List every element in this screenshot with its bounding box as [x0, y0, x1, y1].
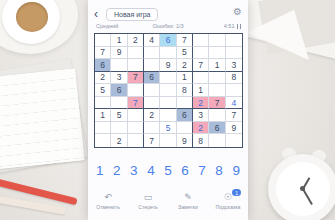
clock-center — [300, 186, 305, 191]
notes-button[interactable]: ✎Заметки — [168, 192, 208, 218]
cell-r1c6[interactable]: 7 — [177, 34, 193, 47]
stats-row: Средний Ошибки: 1/3 4:51 — [88, 21, 248, 31]
toolbar-label: Подсказка — [216, 204, 241, 210]
cell-r9c3[interactable] — [128, 134, 144, 147]
cell-r6c3[interactable]: 7 — [128, 97, 144, 110]
numpad-3[interactable]: 3 — [130, 163, 138, 178]
cell-r4c6[interactable]: 1 — [177, 72, 193, 85]
settings-gear-icon[interactable]: ⚙ — [233, 6, 242, 17]
numpad-4[interactable]: 4 — [147, 163, 155, 178]
cell-r7c7[interactable]: 3 — [193, 109, 209, 122]
cell-r7c1[interactable]: 1 — [95, 109, 111, 122]
cell-r8c3[interactable] — [128, 122, 144, 135]
numpad-1[interactable]: 1 — [96, 163, 104, 178]
cell-r9c9[interactable] — [226, 134, 242, 147]
cell-r9c1[interactable] — [95, 134, 111, 147]
timer-value: 4:51 — [224, 23, 235, 29]
cell-r8c9[interactable]: 9 — [226, 122, 242, 135]
cell-r3c7[interactable]: 7 — [193, 59, 209, 72]
cell-r3c2[interactable] — [111, 59, 127, 72]
numpad-7[interactable]: 7 — [198, 163, 206, 178]
sudoku-app-card: ‹ Новая игра ⚙ Средний Ошибки: 1/3 4:51 … — [88, 0, 248, 220]
cell-r9c5[interactable] — [160, 134, 176, 147]
cell-r4c3[interactable]: 7 — [128, 72, 144, 85]
cell-r4c9[interactable]: 8 — [226, 72, 242, 85]
toolbar-label: Заметки — [178, 204, 198, 210]
cell-r2c9[interactable] — [226, 47, 242, 60]
cell-r3c4[interactable] — [144, 59, 160, 72]
cell-r8c6[interactable] — [177, 122, 193, 135]
cell-r2c8[interactable] — [209, 47, 225, 60]
cell-r7c8[interactable] — [209, 109, 225, 122]
coffee — [16, 2, 48, 32]
cell-r4c7[interactable] — [193, 72, 209, 85]
cell-r6c6[interactable] — [177, 97, 193, 110]
cell-r7c4[interactable]: 2 — [144, 109, 160, 122]
numpad-8[interactable]: 8 — [215, 163, 223, 178]
page-title[interactable]: Новая игра — [106, 8, 158, 21]
cell-r9c7[interactable]: 8 — [193, 134, 209, 147]
cell-r1c4[interactable]: 4 — [144, 34, 160, 47]
cell-r5c2[interactable]: 6 — [111, 84, 127, 97]
cell-r4c1[interactable]: 2 — [95, 72, 111, 85]
cell-r3c5[interactable]: 9 — [160, 59, 176, 72]
numpad-6[interactable]: 6 — [181, 163, 189, 178]
cell-r9c2[interactable]: 2 — [111, 134, 127, 147]
cell-r5c4[interactable] — [144, 84, 160, 97]
cell-r6c2[interactable] — [111, 97, 127, 110]
cell-r7c3[interactable] — [128, 109, 144, 122]
cell-r5c9[interactable] — [226, 84, 242, 97]
cell-r5c6[interactable]: 8 — [177, 84, 193, 97]
toolbar-label: Отменить — [96, 204, 120, 210]
undo-icon: ↶ — [104, 192, 112, 203]
pencil-icon: ✎ — [184, 192, 192, 203]
cell-r1c9[interactable] — [226, 34, 242, 47]
cell-r4c2[interactable]: 3 — [111, 72, 127, 85]
cell-r4c5[interactable] — [160, 72, 176, 85]
cell-r9c6[interactable]: 9 — [177, 134, 193, 147]
cell-r3c9[interactable]: 3 — [226, 59, 242, 72]
cell-r5c1[interactable]: 5 — [95, 84, 111, 97]
cell-r4c4[interactable]: 6 — [144, 72, 160, 85]
sudoku-board: 1246779569271323761856817274152637526927… — [94, 33, 243, 148]
cell-r3c1[interactable]: 6 — [95, 59, 111, 72]
cell-r1c7[interactable] — [193, 34, 209, 47]
numpad-5[interactable]: 5 — [164, 163, 172, 178]
cell-r9c8[interactable] — [209, 134, 225, 147]
cell-r6c9[interactable]: 4 — [226, 97, 242, 110]
cell-r8c5[interactable]: 5 — [160, 122, 176, 135]
eraser-icon: ▭ — [144, 192, 153, 203]
cell-r7c2[interactable]: 5 — [111, 109, 127, 122]
cell-r7c6[interactable]: 6 — [177, 109, 193, 122]
pause-icon[interactable] — [237, 24, 242, 29]
undo-button[interactable]: ↶Отменить — [88, 192, 128, 218]
cell-r6c7[interactable]: 2 — [193, 97, 209, 110]
numpad-2[interactable]: 2 — [113, 163, 121, 178]
number-pad: 123456789 — [96, 160, 240, 180]
cell-r8c8[interactable]: 6 — [209, 122, 225, 135]
cell-r6c4[interactable] — [144, 97, 160, 110]
cell-r1c8[interactable] — [209, 34, 225, 47]
back-icon[interactable]: ‹ — [94, 9, 98, 19]
cell-r3c6[interactable]: 2 — [177, 59, 193, 72]
cell-r1c5[interactable]: 6 — [160, 34, 176, 47]
bulb-icon: ☉ — [224, 192, 232, 203]
cell-r9c4[interactable]: 7 — [144, 134, 160, 147]
cell-r8c2[interactable] — [111, 122, 127, 135]
cell-r8c1[interactable] — [95, 122, 111, 135]
cell-r2c6[interactable]: 5 — [177, 47, 193, 60]
hint-button[interactable]: ☉Подсказка1 — [208, 192, 248, 218]
spiral-notebook — [0, 68, 85, 171]
cell-r5c8[interactable] — [209, 84, 225, 97]
cell-r8c4[interactable] — [144, 122, 160, 135]
screenshot: ‹ Новая игра ⚙ Средний Ошибки: 1/3 4:51 … — [0, 0, 335, 220]
cell-r2c1[interactable]: 7 — [95, 47, 111, 60]
cell-r6c5[interactable] — [160, 97, 176, 110]
cell-r8c7[interactable]: 2 — [193, 122, 209, 135]
cell-r5c3[interactable] — [128, 84, 144, 97]
cell-r6c1[interactable] — [95, 97, 111, 110]
cell-r1c1[interactable] — [95, 34, 111, 47]
cell-r2c3[interactable] — [128, 47, 144, 60]
cell-r5c7[interactable]: 1 — [193, 84, 209, 97]
cell-r6c8[interactable]: 7 — [209, 97, 225, 110]
cell-r3c8[interactable]: 1 — [209, 59, 225, 72]
erase-button[interactable]: ▭Стереть — [128, 192, 168, 218]
cell-r7c9[interactable]: 7 — [226, 109, 242, 122]
cell-r2c7[interactable] — [193, 47, 209, 60]
hint-count-badge: 1 — [232, 189, 241, 196]
bottom-toolbar: ↶Отменить▭Стереть✎Заметки☉Подсказка1 — [88, 192, 248, 218]
numpad-9[interactable]: 9 — [232, 163, 240, 178]
cell-r1c2[interactable]: 1 — [111, 34, 127, 47]
cell-r5c5[interactable] — [160, 84, 176, 97]
cell-r1c3[interactable]: 2 — [128, 34, 144, 47]
cell-r3c3[interactable] — [128, 59, 144, 72]
toolbar-label: Стереть — [138, 204, 158, 210]
cell-r7c5[interactable] — [160, 109, 176, 122]
cell-r2c4[interactable] — [144, 47, 160, 60]
cell-r2c5[interactable] — [160, 47, 176, 60]
cell-r2c2[interactable]: 9 — [111, 47, 127, 60]
cell-r4c8[interactable] — [209, 72, 225, 85]
